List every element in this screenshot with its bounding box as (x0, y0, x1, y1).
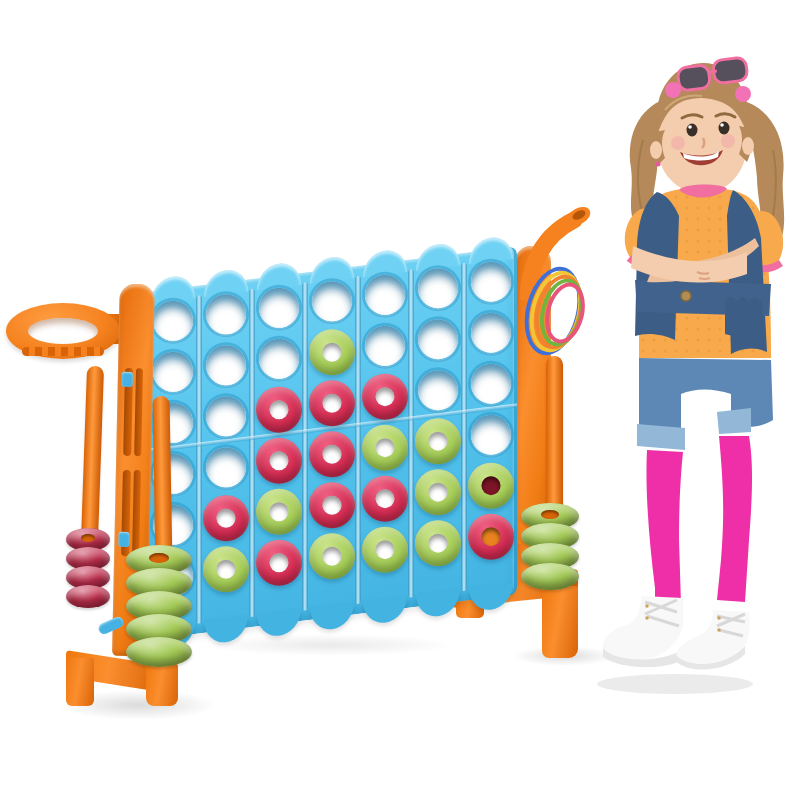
empty-hole (471, 312, 511, 352)
empty-hole (206, 396, 246, 436)
cell-c2r4 (199, 438, 252, 496)
green-disc (362, 424, 408, 470)
tight-leg-right (717, 436, 752, 602)
cell-c7r6 (464, 507, 517, 565)
red-disc (309, 431, 355, 477)
cell-c7r4 (464, 405, 517, 463)
green-disc (309, 533, 355, 579)
green-disc (309, 329, 355, 375)
green-disc (362, 526, 408, 572)
red-disc (256, 386, 302, 432)
disc-center-hole (322, 342, 341, 361)
denim-shorts (639, 358, 773, 437)
shoe-shadow (597, 674, 753, 694)
cell-c2r5 (199, 489, 252, 547)
child-figure (585, 40, 800, 700)
red-disc (203, 495, 249, 541)
red-disc (468, 513, 514, 559)
toss-ring (521, 563, 579, 590)
disc-center-hole (428, 533, 447, 552)
cell-c7r5 (464, 456, 517, 514)
disc-center-hole (375, 540, 394, 559)
eye-right (719, 122, 730, 135)
bottom-scallop (310, 603, 354, 632)
cell-c6r5 (411, 463, 464, 521)
pole-through-hole (81, 534, 94, 542)
disc-center-hole (322, 546, 341, 565)
disc-center-hole (216, 559, 235, 578)
cell-c6r4 (411, 412, 464, 470)
empty-hole (206, 294, 246, 334)
red-disc (309, 482, 355, 528)
cell-c6r3 (411, 361, 464, 419)
cell-c4r4 (305, 425, 358, 483)
red-disc (362, 373, 408, 419)
cell-c7r3 (464, 354, 517, 412)
disc-center-hole (375, 438, 394, 457)
disc-center-hole (322, 495, 341, 514)
left-foot-back-leg (66, 658, 94, 706)
ear-left (650, 141, 662, 159)
left-foot-front-leg (146, 664, 178, 706)
disc-center-hole (322, 444, 341, 463)
cell-c4r5 (305, 476, 358, 534)
empty-hole (418, 319, 458, 359)
bottom-scallop (363, 596, 407, 625)
post-slot (132, 470, 141, 556)
red-disc (256, 539, 302, 585)
empty-hole (418, 268, 458, 308)
cell-c5r1 (358, 265, 411, 323)
ring-pole-far-left (81, 366, 104, 542)
cuff-left (637, 424, 685, 450)
cell-c6r1 (411, 259, 464, 317)
green-ring-stack-right (521, 503, 579, 590)
cuff-right (717, 408, 751, 434)
eye-left (687, 124, 698, 137)
hoop-opening (28, 318, 98, 344)
head (650, 57, 754, 206)
cell-c6r6 (411, 514, 464, 572)
cell-c5r5 (358, 469, 411, 527)
hair-tie-left (665, 82, 681, 98)
vest-ruffle (725, 297, 763, 337)
board-shadow (205, 634, 455, 656)
cell-c2r1 (199, 285, 252, 343)
bottom-scallop (416, 590, 460, 619)
cell-c3r1 (252, 278, 305, 336)
cell-c5r4 (358, 418, 411, 476)
ear-right (742, 137, 754, 155)
disc-center-hole (269, 400, 288, 419)
empty-hole (259, 287, 299, 327)
basketball-hoop (6, 303, 120, 359)
green-disc (256, 488, 302, 534)
disc-center-hole (269, 502, 288, 521)
empty-hole (206, 447, 246, 487)
empty-hole (206, 345, 246, 385)
green-disc (468, 462, 514, 508)
cell-c3r2 (252, 329, 305, 387)
earring (656, 162, 661, 167)
disc-center-hole (428, 431, 447, 450)
connect-four-board (146, 246, 517, 640)
hoop-grip-edge (22, 347, 104, 356)
cell-c3r3 (252, 380, 305, 438)
cell-c3r6 (252, 533, 305, 591)
disc-center-hole (481, 527, 500, 546)
cell-c1r2 (146, 342, 199, 400)
red-disc (256, 437, 302, 483)
green-disc (415, 418, 461, 464)
empty-hole (471, 261, 511, 301)
empty-hole (365, 274, 405, 314)
shoe-right (677, 610, 750, 668)
empty-hole (153, 351, 193, 391)
empty-hole (471, 414, 511, 454)
disc-center-hole (269, 451, 288, 470)
green-disc (415, 520, 461, 566)
cell-c4r2 (305, 323, 358, 381)
ring-pole-left (153, 396, 173, 568)
cell-c3r4 (252, 431, 305, 489)
pole-through-hole (541, 510, 558, 519)
cell-c4r6 (305, 527, 358, 585)
shoe-left (603, 596, 683, 662)
red-disc (362, 475, 408, 521)
green-disc (415, 469, 461, 515)
blue-lock-clip (122, 372, 133, 387)
board-grid (146, 252, 517, 604)
red-disc (309, 380, 355, 426)
disc-center-hole (322, 393, 341, 412)
hair-tie-right (735, 86, 751, 102)
cell-c4r1 (305, 272, 358, 330)
empty-hole (471, 363, 511, 403)
red-ring-stack (66, 528, 110, 608)
empty-hole (418, 370, 458, 410)
cell-c6r2 (411, 310, 464, 368)
cell-c5r6 (358, 520, 411, 578)
empty-hole (153, 300, 193, 340)
disc-center-hole (216, 508, 235, 527)
product-photo-stage (0, 0, 800, 800)
green-disc (203, 546, 249, 592)
vest-button (681, 291, 691, 301)
disc-center-hole (428, 482, 447, 501)
green-ring-stack-left (126, 545, 192, 667)
cell-c5r3 (358, 367, 411, 425)
cell-c4r3 (305, 374, 358, 432)
tight-leg-left (646, 450, 683, 604)
lower-body (597, 358, 773, 694)
cell-c2r2 (199, 336, 252, 394)
empty-hole (365, 325, 405, 365)
empty-hole (312, 281, 352, 321)
disc-center-hole (269, 553, 288, 572)
disc-center-hole (375, 387, 394, 406)
cell-c5r2 (358, 316, 411, 374)
cell-c2r6 (199, 540, 252, 598)
cell-c7r1 (464, 252, 517, 310)
cell-c2r3 (199, 387, 252, 445)
disc-center-hole (375, 489, 394, 508)
right-foot-front-leg (542, 586, 578, 658)
cell-c7r2 (464, 303, 517, 361)
disc-center-hole (481, 476, 500, 495)
toss-ring (66, 585, 110, 608)
empty-hole (259, 338, 299, 378)
post-slot (134, 368, 143, 456)
toss-ring (126, 637, 192, 667)
pole-through-hole (149, 553, 169, 563)
cell-c3r5 (252, 482, 305, 540)
